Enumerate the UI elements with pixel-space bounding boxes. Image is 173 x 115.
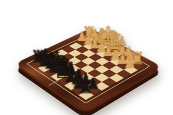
board-shadow: ♜♞♝♚♛♝♞♜♟♟♟♟♟♟♟♟♟♟♟♟♟♟♟♟♜♞♝♚♛♝♞♜: [0, 0, 173, 115]
piece-white-pawn[interactable]: ♟: [115, 57, 145, 71]
chess-set-photo: ♜♞♝♚♛♝♞♜♟♟♟♟♟♟♟♟♟♟♟♟♟♟♟♟♜♞♝♚♛♝♞♜: [0, 0, 173, 115]
board-frame: ♜♞♝♚♛♝♞♜♟♟♟♟♟♟♟♟♟♟♟♟♟♟♟♟♜♞♝♚♛♝♞♜: [15, 28, 162, 111]
chess-board: ♜♞♝♚♛♝♞♜♟♟♟♟♟♟♟♟♟♟♟♟♟♟♟♟♜♞♝♚♛♝♞♜: [15, 28, 162, 111]
piece-black-rook[interactable]: ♜: [69, 78, 102, 96]
